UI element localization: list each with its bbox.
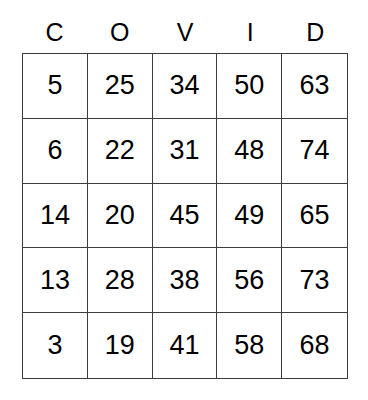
bingo-header-letter-v: V: [152, 20, 217, 45]
bingo-cell[interactable]: 22: [88, 119, 153, 184]
bingo-cell[interactable]: 28: [88, 248, 153, 313]
bingo-cell[interactable]: 74: [282, 119, 347, 184]
bingo-card: C O V I D 5 25 34 50 63 6 22 31 48 74 14…: [22, 12, 348, 379]
bingo-cell[interactable]: 48: [217, 119, 282, 184]
bingo-grid: 5 25 34 50 63 6 22 31 48 74 14 20 45 49 …: [22, 53, 348, 379]
bingo-cell[interactable]: 38: [153, 248, 218, 313]
bingo-cell[interactable]: 14: [23, 184, 88, 249]
bingo-cell[interactable]: 13: [23, 248, 88, 313]
bingo-cell[interactable]: 65: [282, 184, 347, 249]
bingo-cell[interactable]: 56: [217, 248, 282, 313]
bingo-header-letter-c: C: [22, 20, 87, 45]
bingo-cell[interactable]: 25: [88, 54, 153, 119]
bingo-cell[interactable]: 3: [23, 313, 88, 378]
bingo-cell[interactable]: 45: [153, 184, 218, 249]
bingo-cell[interactable]: 19: [88, 313, 153, 378]
bingo-cell[interactable]: 34: [153, 54, 218, 119]
bingo-header-row: C O V I D: [22, 12, 348, 53]
bingo-cell[interactable]: 41: [153, 313, 218, 378]
bingo-cell[interactable]: 68: [282, 313, 347, 378]
bingo-cell[interactable]: 58: [217, 313, 282, 378]
bingo-cell[interactable]: 31: [153, 119, 218, 184]
bingo-cell[interactable]: 49: [217, 184, 282, 249]
bingo-cell[interactable]: 63: [282, 54, 347, 119]
bingo-cell[interactable]: 50: [217, 54, 282, 119]
bingo-header-letter-i: I: [218, 20, 283, 45]
bingo-cell[interactable]: 20: [88, 184, 153, 249]
bingo-header-letter-d: D: [283, 20, 348, 45]
bingo-cell[interactable]: 73: [282, 248, 347, 313]
bingo-header-letter-o: O: [87, 20, 152, 45]
bingo-cell[interactable]: 5: [23, 54, 88, 119]
bingo-cell[interactable]: 6: [23, 119, 88, 184]
